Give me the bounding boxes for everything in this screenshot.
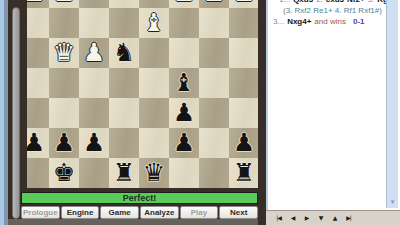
move-token[interactable]: 3... — [273, 17, 284, 26]
square-f5[interactable] — [79, 68, 109, 98]
square-b7[interactable] — [199, 128, 229, 158]
square-b5[interactable] — [199, 68, 229, 98]
scrollbar[interactable]: ▾ — [386, 0, 398, 208]
square-e8[interactable]: ♜ — [109, 158, 139, 188]
move-token[interactable]: cxd3 — [326, 0, 344, 4]
piece-black-pawn[interactable]: ♟ — [229, 128, 259, 158]
annotation-text: and wins — [314, 17, 346, 26]
square-b3[interactable] — [199, 8, 229, 38]
move-line: 3...Nxg4+and wins0-1 — [270, 16, 386, 27]
square-g6[interactable] — [49, 98, 79, 128]
square-a5[interactable] — [229, 68, 259, 98]
piece-black-rook[interactable]: ♜ — [109, 158, 139, 188]
move-list-panel: 1...Qxd32.cxd3Nf2+3.Kg1(3. Rxf2 Re1+ 4. … — [266, 0, 400, 210]
go-last-icon[interactable]: ▶| — [342, 213, 355, 223]
piece-white-pawn[interactable]: ♟ — [199, 0, 229, 8]
square-g4[interactable]: ♛ — [49, 38, 79, 68]
toolbar-button-game[interactable]: Game — [100, 206, 139, 219]
move-token[interactable]: 3. — [368, 0, 375, 4]
piece-black-knight[interactable]: ♞ — [109, 38, 139, 68]
square-c5[interactable]: ♝ — [169, 68, 199, 98]
line-up-icon[interactable]: ▲ — [328, 213, 341, 223]
toolbar-button-next[interactable]: Next — [219, 206, 258, 219]
move-token[interactable]: 0-1 — [353, 17, 365, 26]
window-bottom-edge — [8, 219, 258, 225]
chess-board[interactable]: ♚♜♜♟♟♟♟♟♝♛♟♞♝♟♟♟♟♟♟♚♜♛♜ — [19, 0, 259, 188]
square-c3[interactable] — [169, 8, 199, 38]
piece-white-bishop[interactable]: ♝ — [139, 8, 169, 38]
square-d7[interactable] — [139, 128, 169, 158]
square-e4[interactable]: ♞ — [109, 38, 139, 68]
toolbar-button-prologue[interactable]: Prologue — [21, 206, 60, 219]
piece-black-pawn[interactable]: ♟ — [49, 128, 79, 158]
move-token[interactable]: Nf2+ — [347, 0, 365, 4]
piece-black-pawn[interactable]: ♟ — [79, 128, 109, 158]
square-g8[interactable]: ♚ — [49, 158, 79, 188]
square-d5[interactable] — [139, 68, 169, 98]
piece-black-bishop[interactable]: ♝ — [169, 68, 199, 98]
square-d3[interactable]: ♝ — [139, 8, 169, 38]
toolbar: PrologueEngineGameAnalyzePlayNext — [21, 206, 258, 219]
piece-white-pawn[interactable]: ♟ — [79, 38, 109, 68]
square-d8[interactable]: ♛ — [139, 158, 169, 188]
square-g2[interactable]: ♟ — [49, 0, 79, 8]
square-f8[interactable] — [79, 158, 109, 188]
square-d6[interactable] — [139, 98, 169, 128]
square-f6[interactable] — [79, 98, 109, 128]
square-f7[interactable]: ♟ — [79, 128, 109, 158]
piece-black-king[interactable]: ♚ — [49, 158, 79, 188]
board-frame-right — [258, 0, 266, 225]
move-list: 1...Qxd32.cxd3Nf2+3.Kg1(3. Rxf2 Re1+ 4. … — [270, 0, 386, 27]
square-a3[interactable] — [229, 8, 259, 38]
square-e2[interactable] — [109, 0, 139, 8]
move-token[interactable]: 2. — [316, 0, 323, 4]
line-down-icon[interactable]: ▼ — [314, 213, 327, 223]
piece-black-pawn[interactable]: ♟ — [169, 128, 199, 158]
square-a8[interactable]: ♜ — [229, 158, 259, 188]
move-token[interactable]: 1... — [279, 0, 290, 4]
square-a6[interactable] — [229, 98, 259, 128]
toolbar-button-engine[interactable]: Engine — [61, 206, 100, 219]
move-token[interactable]: Qxd3 — [293, 0, 313, 4]
square-d4[interactable] — [139, 38, 169, 68]
square-c4[interactable] — [169, 38, 199, 68]
move-token[interactable]: (3. Rxf2 Re1+ 4. Rf1 Rxf1#) — [283, 6, 382, 15]
square-c7[interactable]: ♟ — [169, 128, 199, 158]
piece-white-pawn[interactable]: ♟ — [49, 0, 79, 8]
move-line: (3. Rxf2 Re1+ 4. Rf1 Rxf1#) — [270, 5, 386, 16]
vcr-controls: |◀◀▶▼▲▶| — [266, 210, 400, 225]
piece-white-queen[interactable]: ♛ — [49, 38, 79, 68]
toolbar-button-analyze[interactable]: Analyze — [140, 206, 179, 219]
square-b8[interactable] — [199, 158, 229, 188]
square-a7[interactable]: ♟ — [229, 128, 259, 158]
go-next-icon[interactable]: ▶ — [300, 213, 313, 223]
square-f4[interactable]: ♟ — [79, 38, 109, 68]
square-c2[interactable]: ♟ — [169, 0, 199, 8]
square-a2[interactable]: ♟ — [229, 0, 259, 8]
square-e7[interactable] — [109, 128, 139, 158]
square-b2[interactable]: ♟ — [199, 0, 229, 8]
piece-black-rook[interactable]: ♜ — [229, 158, 259, 188]
square-g3[interactable] — [49, 8, 79, 38]
scroll-down-icon[interactable]: ▾ — [387, 197, 398, 208]
piece-white-pawn[interactable]: ♟ — [229, 0, 259, 8]
square-e5[interactable] — [109, 68, 139, 98]
go-previous-icon[interactable]: ◀ — [286, 213, 299, 223]
square-a4[interactable] — [229, 38, 259, 68]
status-banner: Perfect! — [21, 192, 258, 204]
square-g5[interactable] — [49, 68, 79, 98]
square-f2[interactable] — [79, 0, 109, 8]
square-c6[interactable]: ♟ — [169, 98, 199, 128]
square-d2[interactable] — [139, 0, 169, 8]
square-b6[interactable] — [199, 98, 229, 128]
square-b4[interactable] — [199, 38, 229, 68]
square-c8[interactable] — [169, 158, 199, 188]
piece-white-pawn[interactable]: ♟ — [169, 0, 199, 8]
square-f3[interactable] — [79, 8, 109, 38]
square-e3[interactable] — [109, 8, 139, 38]
square-e6[interactable] — [109, 98, 139, 128]
splitter-handle[interactable] — [12, 7, 20, 219]
toolbar-button-play[interactable]: Play — [180, 206, 219, 219]
move-token[interactable]: Nxg4+ — [287, 17, 311, 26]
piece-black-queen[interactable]: ♛ — [139, 158, 169, 188]
go-first-icon[interactable]: |◀ — [272, 213, 285, 223]
square-g7[interactable]: ♟ — [49, 128, 79, 158]
piece-black-pawn[interactable]: ♟ — [169, 98, 199, 128]
